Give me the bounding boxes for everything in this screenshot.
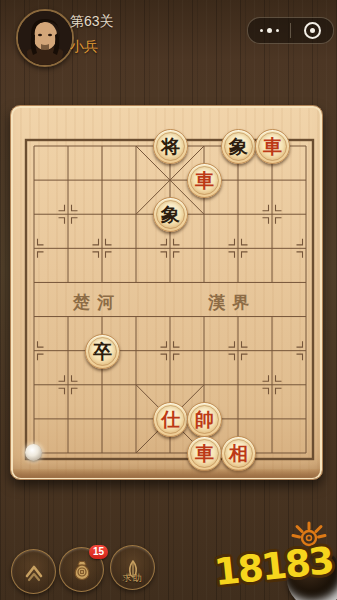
piece-character: 車: [195, 171, 214, 190]
player-info: 第63关 小兵: [70, 13, 114, 56]
piece-red-elephant[interactable]: 相: [221, 436, 256, 471]
piece-red-general[interactable]: 帥: [187, 402, 222, 437]
piece-character: 象: [161, 205, 180, 224]
dot-icon: [260, 29, 263, 32]
wechat-capsule: [247, 17, 334, 44]
piece-black-elephant[interactable]: 象: [153, 197, 188, 232]
piece-character: 帥: [195, 410, 214, 429]
piece-character: 仕: [161, 410, 180, 429]
hint-count-badge: 15: [89, 545, 108, 559]
more-button[interactable]: [248, 18, 290, 43]
hint-bag-button[interactable]: 15: [59, 547, 104, 592]
dot-icon: [276, 29, 279, 32]
app-screen: 第63关 小兵 楚河 漢界 将象車車象卒仕帥車相: [0, 0, 337, 600]
dot-icon: [267, 28, 272, 33]
piece-red-chariot[interactable]: 車: [187, 163, 222, 198]
money-bag-icon: [67, 555, 97, 585]
piece-character: 車: [263, 137, 282, 156]
ask-help-button[interactable]: 求助: [110, 545, 155, 590]
piece-character: 象: [229, 137, 248, 156]
piece-red-chariot[interactable]: 車: [255, 129, 290, 164]
player-avatar[interactable]: [16, 9, 74, 67]
white-ball-marker: [25, 444, 42, 461]
help-label: 求助: [111, 572, 154, 585]
piece-black-elephant[interactable]: 象: [221, 129, 256, 164]
menu-button[interactable]: [11, 549, 56, 594]
chevron-up-icon: [19, 557, 49, 587]
top-bar: 第63关 小兵: [0, 0, 337, 80]
close-button[interactable]: [291, 18, 333, 43]
piece-character: 相: [229, 444, 248, 463]
piece-character: 卒: [93, 342, 112, 361]
piece-red-chariot[interactable]: 車: [187, 436, 222, 471]
target-circle-icon: [304, 22, 321, 39]
piece-black-general[interactable]: 将: [153, 129, 188, 164]
level-label: 第63关: [70, 13, 114, 31]
xiangqi-board[interactable]: 楚河 漢界 将象車車象卒仕帥車相: [10, 105, 323, 480]
piece-black-pawn[interactable]: 卒: [85, 334, 120, 369]
pieces-grid: 将象車車象卒仕帥車相: [17, 129, 323, 470]
avatar-portrait-icon: [18, 11, 72, 65]
piece-red-advisor[interactable]: 仕: [153, 402, 188, 437]
piece-character: 車: [195, 444, 214, 463]
piece-character: 将: [161, 137, 180, 156]
rank-label: 小兵: [70, 38, 114, 56]
